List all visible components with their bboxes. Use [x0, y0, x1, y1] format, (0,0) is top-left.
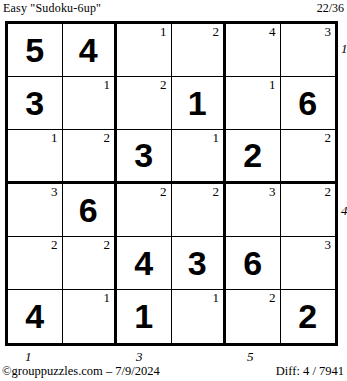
- pencil-mark: 3: [51, 185, 58, 199]
- col-label-5: 5: [247, 349, 254, 365]
- row-label-1: 1: [341, 41, 347, 57]
- cell-r2c5[interactable]: 1: [226, 77, 281, 130]
- cell-r1c1[interactable]: 5: [8, 24, 63, 77]
- cell-r6c4[interactable]: 1: [172, 290, 227, 343]
- cell-value: 4: [117, 237, 171, 289]
- cell-r6c2[interactable]: 1: [63, 290, 118, 343]
- pencil-mark: 1: [104, 291, 111, 305]
- cell-r5c2[interactable]: 2: [63, 237, 118, 290]
- pencil-mark: 2: [269, 291, 276, 305]
- cell-r3c1[interactable]: 1: [8, 130, 63, 183]
- cell-r2c4[interactable]: 1: [172, 77, 227, 130]
- cell-r2c6[interactable]: 6: [281, 77, 336, 130]
- pencil-mark: 2: [104, 131, 111, 145]
- cell-value: 4: [8, 290, 62, 343]
- pencil-mark: 1: [160, 25, 167, 39]
- cell-value: 5: [8, 24, 62, 76]
- pencil-mark: 2: [51, 238, 58, 252]
- pencil-mark: 1: [104, 78, 111, 92]
- sudoku-board: 541243312116123122362232224363411122: [5, 21, 338, 346]
- cell-r5c6[interactable]: 3: [281, 237, 336, 290]
- pencil-mark: 2: [213, 25, 220, 39]
- pencil-mark: 1: [269, 78, 276, 92]
- cell-r3c3[interactable]: 3: [117, 130, 172, 183]
- cell-r1c3[interactable]: 1: [117, 24, 172, 77]
- cell-value: 3: [117, 130, 171, 180]
- cell-r4c3[interactable]: 2: [117, 184, 172, 237]
- cell-r6c6[interactable]: 2: [281, 290, 336, 343]
- cell-r2c3[interactable]: 2: [117, 77, 172, 130]
- cell-r4c4[interactable]: 2: [172, 184, 227, 237]
- puzzle-page: Easy "Sudoku-6up" 22/36 5412433121161231…: [0, 0, 347, 381]
- cell-r3c2[interactable]: 2: [63, 130, 118, 183]
- cell-r5c1[interactable]: 2: [8, 237, 63, 290]
- cell-r5c3[interactable]: 4: [117, 237, 172, 290]
- cell-value: 1: [172, 77, 224, 129]
- cell-r3c5[interactable]: 2: [226, 130, 281, 183]
- cell-r5c5[interactable]: 6: [226, 237, 281, 290]
- cell-r3c6[interactable]: 2: [281, 130, 336, 183]
- remaining-counter: 22/36: [317, 1, 344, 16]
- pencil-mark: 1: [51, 131, 58, 145]
- cell-value: 3: [172, 237, 224, 289]
- pencil-mark: 2: [160, 185, 167, 199]
- cell-value: 3: [8, 77, 62, 129]
- cell-value: 1: [117, 290, 171, 343]
- pencil-mark: 1: [213, 291, 220, 305]
- cell-r2c2[interactable]: 1: [63, 77, 118, 130]
- cell-r4c1[interactable]: 3: [8, 184, 63, 237]
- cell-r6c1[interactable]: 4: [8, 290, 63, 343]
- pencil-mark: 4: [269, 25, 276, 39]
- cell-r6c3[interactable]: 1: [117, 290, 172, 343]
- page-title: Easy "Sudoku-6up": [3, 1, 101, 16]
- pencil-mark: 1: [213, 131, 220, 145]
- cell-value: 6: [226, 237, 280, 289]
- cell-value: 4: [63, 24, 115, 76]
- cell-r4c5[interactable]: 3: [226, 184, 281, 237]
- cell-r2c1[interactable]: 3: [8, 77, 63, 130]
- copyright-date: ©grouppuzzles.com – 7/9/2024: [2, 364, 160, 379]
- cell-r6c5[interactable]: 2: [226, 290, 281, 343]
- cell-r4c6[interactable]: 2: [281, 184, 336, 237]
- cell-value: 6: [63, 184, 115, 236]
- pencil-mark: 2: [213, 185, 220, 199]
- pencil-mark: 2: [325, 185, 332, 199]
- pencil-mark: 3: [269, 185, 276, 199]
- pencil-mark: 3: [325, 25, 332, 39]
- pencil-mark: 2: [160, 78, 167, 92]
- pencil-mark: 2: [325, 131, 332, 145]
- cell-value: 2: [226, 130, 280, 180]
- row-label-4: 4: [341, 203, 347, 219]
- pencil-mark: 3: [325, 238, 332, 252]
- cell-value: 6: [281, 77, 336, 129]
- cell-r4c2[interactable]: 6: [63, 184, 118, 237]
- cell-r1c2[interactable]: 4: [63, 24, 118, 77]
- col-label-1: 1: [25, 349, 32, 365]
- cell-r3c4[interactable]: 1: [172, 130, 227, 183]
- pencil-mark: 2: [104, 238, 111, 252]
- cell-r1c5[interactable]: 4: [226, 24, 281, 77]
- cell-value: 2: [281, 290, 336, 343]
- difficulty-id: Diff: 4 / 7941: [276, 364, 344, 379]
- col-label-3: 3: [136, 349, 143, 365]
- cell-r1c4[interactable]: 2: [172, 24, 227, 77]
- cell-r1c6[interactable]: 3: [281, 24, 336, 77]
- cell-r5c4[interactable]: 3: [172, 237, 227, 290]
